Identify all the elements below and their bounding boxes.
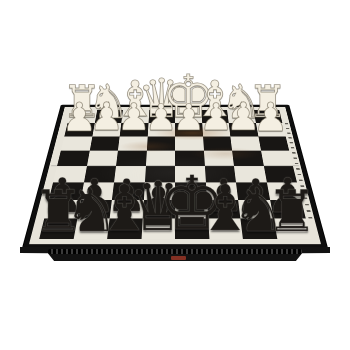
- chess-set-photo: ♜♞♝♛♚♝♞♜♟♟♟♟♟♟♟♟♟♟♟♟♟♟♟♟♜♞♝♛♚♝♞♜: [0, 0, 350, 350]
- square: [240, 219, 276, 239]
- square: [146, 136, 175, 150]
- square: [203, 136, 232, 150]
- square: [175, 136, 204, 150]
- square: [263, 166, 296, 182]
- square: [142, 200, 175, 219]
- square: [175, 123, 203, 137]
- square: [273, 219, 311, 239]
- square: [80, 182, 114, 200]
- square: [94, 110, 122, 123]
- square: [175, 166, 205, 182]
- square: [266, 182, 301, 200]
- square: [141, 219, 175, 239]
- square: [201, 110, 229, 123]
- square: [77, 200, 112, 219]
- square: [107, 219, 142, 239]
- square: [207, 200, 241, 219]
- square: [229, 123, 258, 137]
- square: [261, 151, 293, 166]
- square: [253, 110, 282, 123]
- square: [175, 110, 202, 123]
- square: [147, 123, 175, 137]
- square: [227, 110, 255, 123]
- square: [87, 151, 118, 166]
- square: [204, 166, 235, 182]
- square: [118, 136, 147, 150]
- square: [258, 136, 289, 150]
- board-field: [39, 110, 310, 239]
- square: [175, 151, 204, 166]
- square: [110, 200, 144, 219]
- square: [175, 182, 207, 200]
- square: [236, 182, 270, 200]
- square: [175, 219, 209, 239]
- square: [44, 200, 80, 219]
- square: [121, 110, 149, 123]
- square: [204, 151, 234, 166]
- square: [120, 123, 148, 137]
- square: [64, 123, 94, 137]
- square: [53, 166, 86, 182]
- board-margin: [29, 107, 321, 244]
- square: [114, 166, 145, 182]
- square: [143, 182, 175, 200]
- square: [84, 166, 116, 182]
- square: [234, 166, 266, 182]
- square: [230, 136, 260, 150]
- board-front-edge: [20, 247, 330, 261]
- square: [208, 219, 243, 239]
- square: [256, 123, 286, 137]
- square: [57, 151, 89, 166]
- square: [145, 166, 175, 182]
- square: [49, 182, 84, 200]
- clasp-latch: [171, 256, 186, 260]
- square: [205, 182, 238, 200]
- square: [92, 123, 121, 137]
- square: [73, 219, 109, 239]
- square: [232, 151, 263, 166]
- square: [238, 200, 273, 219]
- square: [146, 151, 175, 166]
- square: [89, 136, 119, 150]
- square: [148, 110, 175, 123]
- square: [68, 110, 97, 123]
- square: [112, 182, 145, 200]
- square: [116, 151, 146, 166]
- chess-board: [22, 105, 328, 248]
- square: [175, 200, 208, 219]
- square: [61, 136, 92, 150]
- square: [270, 200, 306, 219]
- square: [39, 219, 77, 239]
- square: [202, 123, 230, 137]
- ribbed-grip-strip: [48, 249, 302, 254]
